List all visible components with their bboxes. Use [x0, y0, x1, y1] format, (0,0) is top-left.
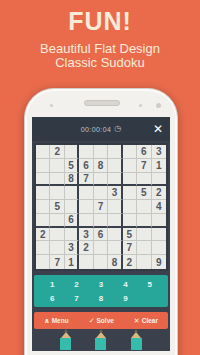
sudoku-cell-r7c3[interactable] — [65, 228, 79, 242]
sudoku-cell-r3c6[interactable] — [108, 173, 122, 187]
phone-sensor-dot — [139, 104, 142, 107]
sudoku-cell-r9c2[interactable]: 7 — [50, 255, 64, 269]
sudoku-cell-r3c8[interactable] — [137, 173, 151, 187]
sudoku-cell-r2c3[interactable]: 5 — [65, 159, 79, 173]
sudoku-cell-r5c6[interactable] — [108, 200, 122, 214]
sudoku-cell-r1c8[interactable]: 6 — [137, 145, 151, 159]
sudoku-cell-r7c7[interactable]: 5 — [123, 228, 137, 242]
sudoku-cell-r4c2[interactable] — [50, 186, 64, 200]
numpad-key-1[interactable]: 1 — [40, 278, 64, 291]
sudoku-cell-r5c3[interactable] — [65, 200, 79, 214]
sudoku-cell-r7c2[interactable] — [50, 228, 64, 242]
numpad-key-5[interactable]: 5 — [138, 278, 162, 291]
sudoku-cell-r1c1[interactable] — [36, 145, 50, 159]
sudoku-cell-r1c5[interactable] — [94, 145, 108, 159]
sudoku-cell-r8c2[interactable] — [50, 241, 64, 255]
sudoku-cell-r3c2[interactable] — [50, 173, 64, 187]
phone-camera-dot — [156, 103, 161, 108]
sudoku-cell-r6c2[interactable] — [50, 214, 64, 228]
sudoku-cell-r5c5[interactable]: 7 — [94, 200, 108, 214]
sudoku-cell-r7c1[interactable]: 2 — [36, 228, 50, 242]
numpad-key-3[interactable]: 3 — [89, 278, 113, 291]
sudoku-cell-r9c1[interactable] — [36, 255, 50, 269]
page-title: FUN! — [0, 7, 200, 35]
sudoku-cell-r2c2[interactable] — [50, 159, 64, 173]
menu-button[interactable]: ∧ Menu — [44, 317, 69, 325]
clock-icon: ◷ — [114, 125, 121, 133]
sudoku-cell-r7c8[interactable] — [137, 228, 151, 242]
sudoku-cell-r3c5[interactable] — [94, 173, 108, 187]
sudoku-cell-r4c6[interactable]: 3 — [108, 186, 122, 200]
sudoku-cell-r6c3[interactable]: 6 — [65, 214, 79, 228]
app-screen: 00:00:04 ◷ ✕ 263568718735257462365327718… — [32, 117, 170, 351]
sudoku-cell-r9c9[interactable]: 9 — [152, 255, 166, 269]
pencil-icon — [60, 329, 71, 350]
sudoku-cell-r5c2[interactable]: 5 — [50, 200, 64, 214]
pencil-icon — [95, 329, 106, 350]
subtitle: Beautiful Flat Design Classic Sudoku — [0, 42, 200, 69]
close-button[interactable]: ✕ — [153, 121, 163, 137]
sudoku-cell-r3c1[interactable] — [36, 173, 50, 187]
sudoku-cell-r4c3[interactable] — [65, 186, 79, 200]
sudoku-cell-r5c7[interactable] — [123, 200, 137, 214]
clear-button[interactable]: ✕ Clear — [134, 317, 158, 325]
solve-button[interactable]: ✓ Solve — [89, 317, 114, 325]
sudoku-cell-r8c5[interactable] — [94, 241, 108, 255]
numpad-key-8[interactable]: 8 — [89, 292, 113, 305]
sudoku-cell-r4c8[interactable]: 5 — [137, 186, 151, 200]
sudoku-cell-r6c6[interactable] — [108, 214, 122, 228]
sudoku-cell-r2c4[interactable]: 6 — [79, 159, 93, 173]
hero-section: FUN! Beautiful Flat Design Classic Sudok… — [0, 0, 200, 69]
sudoku-cell-r4c7[interactable] — [123, 186, 137, 200]
sudoku-cell-r8c8[interactable] — [137, 241, 151, 255]
sudoku-cell-r6c5[interactable] — [94, 214, 108, 228]
menu-button-label: Menu — [52, 317, 69, 324]
sudoku-cell-r5c9[interactable]: 4 — [152, 200, 166, 214]
sudoku-cell-r8c3[interactable]: 3 — [65, 241, 79, 255]
sudoku-cell-r9c5[interactable] — [94, 255, 108, 269]
sudoku-cell-r2c9[interactable]: 1 — [152, 159, 166, 173]
subtitle-line1: Beautiful Flat Design — [0, 42, 200, 56]
sudoku-cell-r2c5[interactable]: 8 — [94, 159, 108, 173]
app-header-bar: 00:00:04 ◷ ✕ — [32, 117, 170, 141]
sudoku-cell-r3c3[interactable]: 8 — [65, 173, 79, 187]
game-timer: 00:00:04 — [81, 126, 111, 133]
sudoku-cell-r2c1[interactable] — [36, 159, 50, 173]
sudoku-cell-r1c4[interactable] — [79, 145, 93, 159]
sudoku-cell-r6c8[interactable] — [137, 214, 151, 228]
numpad-key-2[interactable]: 2 — [64, 278, 88, 291]
chevron-up-icon: ∧ — [44, 317, 50, 325]
sudoku-cell-r6c7[interactable] — [123, 214, 137, 228]
cross-icon: ✕ — [134, 317, 140, 325]
sudoku-cell-r4c5[interactable] — [94, 186, 108, 200]
subtitle-line2: Classic Sudoku — [0, 56, 200, 70]
sudoku-cell-r3c9[interactable] — [152, 173, 166, 187]
sudoku-cell-r6c4[interactable] — [79, 214, 93, 228]
sudoku-cell-r7c5[interactable]: 6 — [94, 228, 108, 242]
sudoku-cell-r6c1[interactable] — [36, 214, 50, 228]
sudoku-cell-r7c9[interactable] — [152, 228, 166, 242]
sudoku-cell-r2c6[interactable] — [108, 159, 122, 173]
check-icon: ✓ — [89, 317, 95, 325]
action-bar: ∧ Menu ✓ Solve ✕ Clear — [34, 312, 168, 329]
sudoku-cell-r5c4[interactable] — [79, 200, 93, 214]
sudoku-cell-r5c1[interactable] — [36, 200, 50, 214]
sudoku-cell-r1c3[interactable] — [65, 145, 79, 159]
sudoku-cell-r8c6[interactable] — [108, 241, 122, 255]
sudoku-cell-r8c4[interactable]: 2 — [79, 241, 93, 255]
sudoku-cell-r8c9[interactable] — [152, 241, 166, 255]
numpad-key-6[interactable]: 6 — [40, 292, 64, 305]
sudoku-cell-r9c4[interactable] — [79, 255, 93, 269]
sudoku-cell-r1c2[interactable]: 2 — [50, 145, 64, 159]
phone-mockup: 00:00:04 ◷ ✕ 263568718735257462365327718… — [24, 88, 178, 355]
pencil-decoration — [32, 329, 170, 351]
sudoku-cell-r7c6[interactable] — [108, 228, 122, 242]
sudoku-cell-r1c9[interactable]: 3 — [152, 145, 166, 159]
numpad-key-7[interactable]: 7 — [64, 292, 88, 305]
sudoku-cell-r3c7[interactable] — [123, 173, 137, 187]
sudoku-cell-r1c6[interactable] — [108, 145, 122, 159]
phone-sensor-dot — [50, 104, 53, 107]
sudoku-cell-r8c7[interactable]: 7 — [123, 241, 137, 255]
sudoku-cell-r7c4[interactable]: 3 — [79, 228, 93, 242]
solve-button-label: Solve — [97, 317, 114, 324]
phone-speaker — [84, 100, 120, 106]
clear-button-label: Clear — [142, 317, 158, 324]
sudoku-cell-r9c3[interactable]: 1 — [65, 255, 79, 269]
sudoku-cell-r9c8[interactable] — [137, 255, 151, 269]
sudoku-board: 26356871873525746236532771829 — [34, 143, 168, 271]
number-pad: 123456789 — [34, 275, 168, 307]
sudoku-cell-r9c7[interactable]: 2 — [123, 255, 137, 269]
sudoku-cell-r2c8[interactable]: 7 — [137, 159, 151, 173]
sudoku-cell-r5c8[interactable] — [137, 200, 151, 214]
sudoku-cell-r2c7[interactable] — [123, 159, 137, 173]
sudoku-cell-r4c4[interactable] — [79, 186, 93, 200]
sudoku-cell-r3c4[interactable]: 7 — [79, 173, 93, 187]
sudoku-cell-r8c1[interactable] — [36, 241, 50, 255]
sudoku-cell-r6c9[interactable] — [152, 214, 166, 228]
pencil-icon — [131, 329, 142, 350]
sudoku-cell-r9c6[interactable]: 8 — [108, 255, 122, 269]
numpad-key-9[interactable]: 9 — [113, 292, 137, 305]
sudoku-cell-r4c9[interactable]: 2 — [152, 186, 166, 200]
sudoku-cell-r4c1[interactable] — [36, 186, 50, 200]
numpad-key-4[interactable]: 4 — [113, 278, 137, 291]
sudoku-cell-r1c7[interactable] — [123, 145, 137, 159]
